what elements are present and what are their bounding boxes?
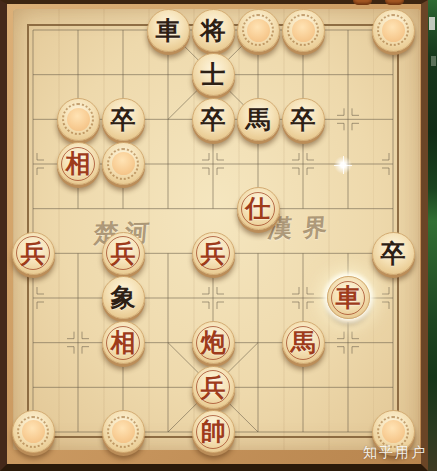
piece-glyph: 帥 xyxy=(193,411,234,452)
piece-glyph: 兵 xyxy=(193,367,234,408)
piece-grid: 車将士卒卒馬卒相仕兵兵兵卒象車相炮馬兵帥 xyxy=(11,8,416,455)
piece-glyph: 相 xyxy=(103,322,144,363)
cutoff-ui-button[interactable] xyxy=(353,0,372,5)
piece-facedown[interactable] xyxy=(102,142,145,185)
piece-glyph: 卒 xyxy=(283,99,324,140)
piece-black-soldier[interactable]: 卒 xyxy=(192,98,235,141)
piece-glyph: 兵 xyxy=(193,233,234,274)
piece-glyph: 馬 xyxy=(238,99,279,140)
piece-glyph: 相 xyxy=(58,143,99,184)
piece-glyph: 象 xyxy=(103,277,144,318)
piece-red-soldier[interactable]: 兵 xyxy=(12,232,55,275)
cutoff-ui-button[interactable] xyxy=(385,0,404,5)
piece-red-elephant[interactable]: 相 xyxy=(102,321,145,364)
piece-glyph: 兵 xyxy=(103,233,144,274)
piece-black-advisor[interactable]: 士 xyxy=(192,53,235,96)
piece-black-general[interactable]: 将 xyxy=(192,9,235,52)
piece-red-advisor[interactable]: 仕 xyxy=(237,187,280,230)
piece-glyph: 兵 xyxy=(13,233,54,274)
piece-glyph: 馬 xyxy=(283,322,324,363)
piece-facedown[interactable] xyxy=(372,410,415,453)
piece-glyph: 炮 xyxy=(193,322,234,363)
piece-red-elephant[interactable]: 相 xyxy=(57,142,100,185)
piece-black-horse[interactable]: 馬 xyxy=(237,98,280,141)
piece-facedown[interactable] xyxy=(372,9,415,52)
piece-red-cannon[interactable]: 炮 xyxy=(192,321,235,364)
piece-facedown[interactable] xyxy=(282,9,325,52)
piece-glyph: 車 xyxy=(328,277,369,318)
xiangqi-app-screenshot: 楚河 漢界 車将士卒卒馬卒相仕兵兵兵卒象車相炮馬兵帥 知乎用户 xyxy=(0,0,437,471)
piece-glyph: 士 xyxy=(193,54,234,95)
piece-red-horse[interactable]: 馬 xyxy=(282,321,325,364)
piece-facedown[interactable] xyxy=(12,410,55,453)
piece-red-chariot[interactable]: 車 xyxy=(327,276,370,319)
piece-red-soldier[interactable]: 兵 xyxy=(192,232,235,275)
piece-facedown[interactable] xyxy=(102,410,145,453)
background-strip xyxy=(428,0,437,471)
piece-black-soldier[interactable]: 卒 xyxy=(282,98,325,141)
piece-glyph: 卒 xyxy=(193,99,234,140)
piece-glyph: 卒 xyxy=(373,233,414,274)
piece-glyph: 車 xyxy=(148,10,189,51)
piece-glyph: 将 xyxy=(193,10,234,51)
piece-red-soldier[interactable]: 兵 xyxy=(102,232,145,275)
piece-black-chariot[interactable]: 車 xyxy=(147,9,190,52)
piece-black-soldier[interactable]: 卒 xyxy=(372,232,415,275)
piece-red-soldier[interactable]: 兵 xyxy=(192,366,235,409)
piece-black-elephant[interactable]: 象 xyxy=(102,276,145,319)
piece-glyph: 卒 xyxy=(103,99,144,140)
piece-glyph: 仕 xyxy=(238,188,279,229)
piece-red-general[interactable]: 帥 xyxy=(192,410,235,453)
piece-facedown[interactable] xyxy=(237,9,280,52)
piece-facedown[interactable] xyxy=(57,98,100,141)
piece-black-soldier[interactable]: 卒 xyxy=(102,98,145,141)
